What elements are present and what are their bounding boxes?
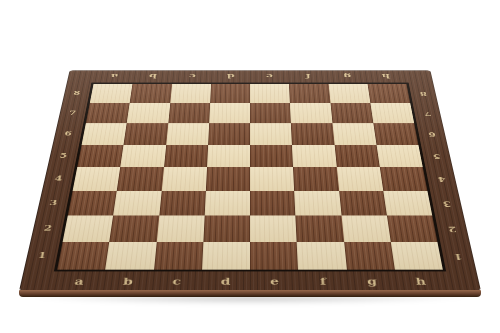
square-c5[interactable] [164,145,208,167]
file-label-top-a: a [94,70,135,82]
square-c4[interactable] [161,167,206,191]
square-g7[interactable] [330,103,373,123]
square-d2[interactable] [203,215,250,241]
chessboard-photo: abcdefgh abcdefgh 87654321 87654321 [0,0,500,333]
square-e8[interactable] [250,84,290,103]
square-e3[interactable] [250,191,296,216]
square-f8[interactable] [289,84,330,103]
square-d4[interactable] [206,167,250,191]
square-h8[interactable] [367,84,410,103]
square-e1[interactable] [250,242,298,270]
file-label-bottom-g: g [347,271,398,291]
square-e5[interactable] [250,145,293,167]
file-label-bottom-f: f [298,271,348,291]
square-f7[interactable] [290,103,332,123]
square-h6[interactable] [373,123,418,144]
square-b3[interactable] [113,191,161,216]
file-label-bottom-b: b [102,271,153,291]
square-d8[interactable] [210,84,250,103]
square-b8[interactable] [130,84,172,103]
square-e6[interactable] [250,123,292,144]
rank-label-right-7: 7 [413,103,443,123]
square-h4[interactable] [380,167,428,191]
board-squares [54,83,446,272]
square-g5[interactable] [334,145,379,167]
file-label-bottom-h: h [395,271,447,291]
square-f3[interactable] [294,191,341,216]
file-label-top-e: e [250,70,289,82]
square-e2[interactable] [250,215,297,241]
rank-label-right-8: 8 [409,84,438,103]
rank-label-right-5: 5 [421,145,453,167]
rank-label-right-2: 2 [435,215,470,241]
square-b6[interactable] [124,123,168,144]
square-h5[interactable] [376,145,422,167]
square-g3[interactable] [339,191,387,216]
square-f5[interactable] [292,145,336,167]
rank-label-right-1: 1 [440,242,476,270]
square-a1[interactable] [57,242,109,270]
square-d1[interactable] [202,242,250,270]
square-d3[interactable] [204,191,250,216]
file-label-top-c: c [172,70,212,82]
square-f2[interactable] [296,215,344,241]
square-c2[interactable] [156,215,204,241]
square-a4[interactable] [73,167,121,191]
file-label-top-d: d [211,70,250,82]
chess-board: abcdefgh abcdefgh 87654321 87654321 [19,70,481,291]
file-labels-bottom: abcdefgh [53,271,447,291]
square-g1[interactable] [344,242,395,270]
square-b4[interactable] [117,167,164,191]
file-label-top-b: b [133,70,173,82]
square-b7[interactable] [127,103,170,123]
square-d5[interactable] [207,145,250,167]
square-a8[interactable] [90,84,133,103]
square-c6[interactable] [166,123,209,144]
file-label-bottom-d: d [201,271,250,291]
board-shadow [26,296,474,305]
square-b5[interactable] [120,145,165,167]
square-b1[interactable] [105,242,156,270]
rank-label-right-4: 4 [425,167,458,191]
square-a2[interactable] [63,215,114,241]
square-f4[interactable] [293,167,338,191]
file-labels-top: abcdefgh [94,70,406,82]
square-c7[interactable] [168,103,210,123]
file-label-bottom-c: c [152,271,202,291]
file-label-top-f: f [288,70,328,82]
file-label-top-h: h [365,70,406,82]
rank-label-right-6: 6 [417,123,448,144]
square-h2[interactable] [387,215,438,241]
file-label-bottom-a: a [53,271,105,291]
file-label-top-g: g [327,70,367,82]
square-a5[interactable] [77,145,123,167]
square-d7[interactable] [209,103,250,123]
square-g6[interactable] [332,123,376,144]
square-h1[interactable] [391,242,443,270]
square-g8[interactable] [328,84,370,103]
square-c1[interactable] [154,242,204,270]
square-h3[interactable] [383,191,432,216]
square-e4[interactable] [250,167,294,191]
square-e7[interactable] [250,103,291,123]
square-h7[interactable] [370,103,414,123]
square-c8[interactable] [170,84,211,103]
square-a3[interactable] [68,191,117,216]
square-c3[interactable] [159,191,206,216]
square-d6[interactable] [208,123,250,144]
square-a6[interactable] [82,123,127,144]
square-g2[interactable] [341,215,390,241]
file-label-bottom-e: e [250,271,299,291]
square-a7[interactable] [86,103,130,123]
square-g4[interactable] [336,167,383,191]
square-f6[interactable] [291,123,334,144]
square-f1[interactable] [297,242,347,270]
square-b2[interactable] [109,215,158,241]
rank-label-right-3: 3 [430,191,464,216]
